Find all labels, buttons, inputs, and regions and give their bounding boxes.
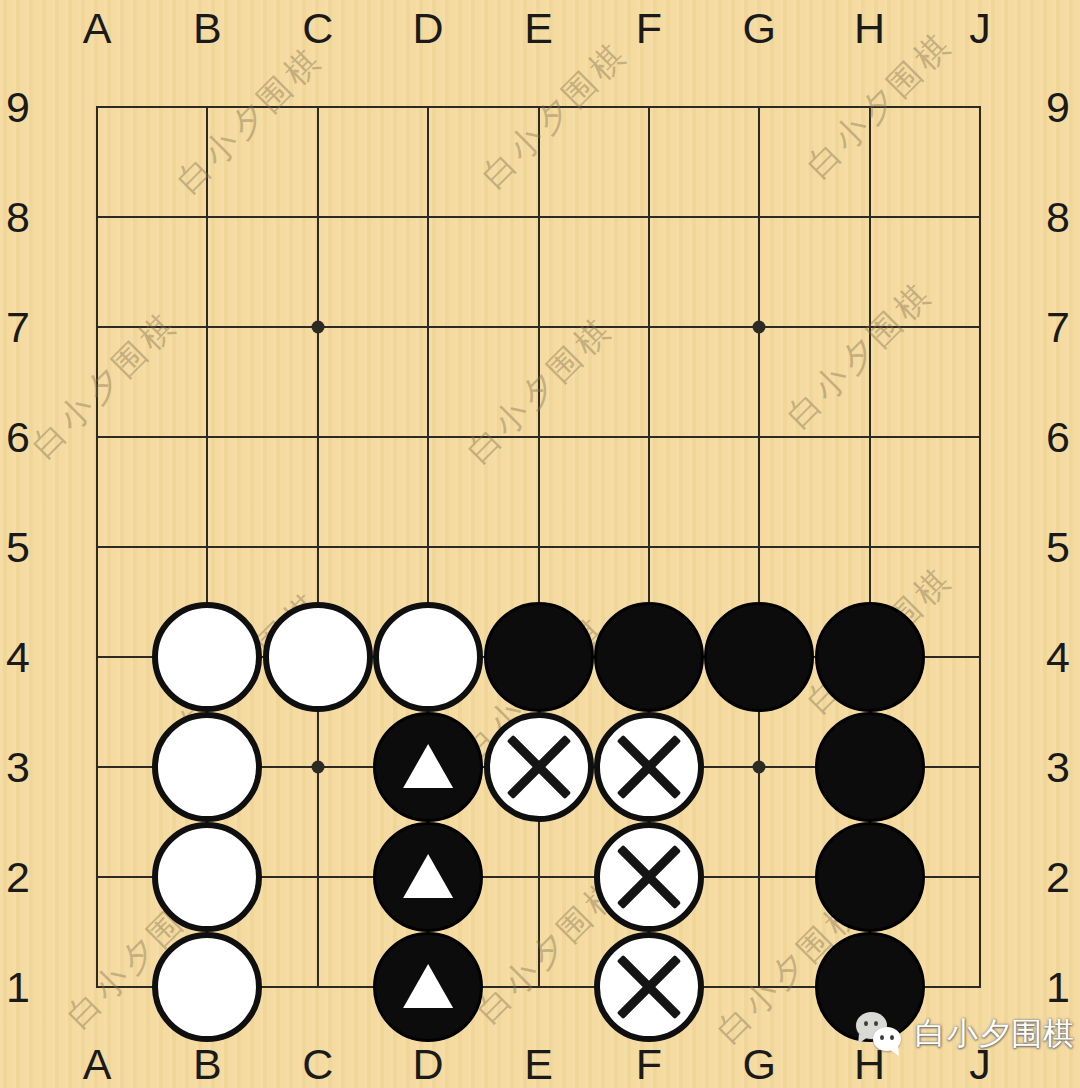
- coord-label-left-5: 5: [6, 526, 30, 569]
- watermark-text: 白小夕围棋: [457, 307, 623, 473]
- coord-label-left-9: 9: [6, 86, 30, 129]
- white-stone-B3: [152, 712, 262, 822]
- coord-label-right-5: 5: [1046, 526, 1070, 569]
- wechat-icon: [856, 1008, 906, 1060]
- x-mark: [618, 736, 680, 798]
- coord-label-top-G: G: [743, 7, 776, 50]
- coord-label-top-C: C: [302, 7, 333, 50]
- black-stone-E4: [484, 602, 594, 712]
- coord-label-bottom-D: D: [413, 1043, 444, 1086]
- grid-line-horizontal: [96, 326, 981, 328]
- grid-line-horizontal: [96, 216, 981, 218]
- white-stone-F3: [594, 712, 704, 822]
- grid-line-horizontal: [96, 106, 981, 108]
- coord-label-right-2: 2: [1046, 856, 1070, 899]
- coord-label-top-F: F: [636, 7, 662, 50]
- coord-label-bottom-C: C: [302, 1043, 333, 1086]
- grid-line-horizontal: [96, 546, 981, 548]
- coord-label-bottom-G: G: [743, 1043, 776, 1086]
- triangle-mark: [403, 964, 453, 1008]
- coord-label-bottom-A: A: [83, 1043, 112, 1086]
- star-point-C3: [311, 761, 324, 774]
- coord-label-left-8: 8: [6, 196, 30, 239]
- black-stone-D1: [373, 932, 483, 1042]
- black-stone-D3: [373, 712, 483, 822]
- grid-line-horizontal: [96, 436, 981, 438]
- black-stone-G4: [704, 602, 814, 712]
- x-mark: [618, 846, 680, 908]
- coord-label-right-1: 1: [1046, 966, 1070, 1009]
- coord-label-right-4: 4: [1046, 636, 1070, 679]
- white-stone-F2: [594, 822, 704, 932]
- black-stone-H2: [815, 822, 925, 932]
- coord-label-top-A: A: [83, 7, 112, 50]
- logo-text: 白小夕围棋: [915, 1013, 1075, 1055]
- coord-label-bottom-B: B: [193, 1043, 222, 1086]
- white-stone-D4: [373, 602, 483, 712]
- coord-label-left-7: 7: [6, 306, 30, 349]
- coord-label-left-3: 3: [6, 746, 30, 789]
- star-point-C7: [311, 321, 324, 334]
- x-mark: [508, 736, 570, 798]
- coord-label-right-7: 7: [1046, 306, 1070, 349]
- coord-label-bottom-E: E: [524, 1043, 553, 1086]
- coord-label-top-E: E: [524, 7, 553, 50]
- black-stone-H3: [815, 712, 925, 822]
- watermark-text: 白小夕围棋: [167, 37, 333, 203]
- publisher-logo: 白小夕围棋: [856, 1008, 1075, 1060]
- coord-label-top-D: D: [413, 7, 444, 50]
- coord-label-top-H: H: [854, 7, 885, 50]
- coord-label-right-8: 8: [1046, 196, 1070, 239]
- coord-label-left-2: 2: [6, 856, 30, 899]
- black-stone-H4: [815, 602, 925, 712]
- watermark-text: 白小夕围棋: [472, 32, 638, 198]
- wechat-bubble-front: [873, 1027, 901, 1051]
- watermark-text: 白小夕围棋: [777, 272, 943, 438]
- white-stone-E3: [484, 712, 594, 822]
- white-stone-B1: [152, 932, 262, 1042]
- white-stone-C4: [263, 602, 373, 712]
- star-point-G7: [753, 321, 766, 334]
- white-stone-B4: [152, 602, 262, 712]
- go-board: AABBCCDDEEFFGGHHJJ998877665544332211白小夕围…: [0, 0, 1080, 1088]
- coord-label-top-J: J: [969, 7, 991, 50]
- coord-label-left-4: 4: [6, 636, 30, 679]
- black-stone-F4: [594, 602, 704, 712]
- black-stone-D2: [373, 822, 483, 932]
- white-stone-F1: [594, 932, 704, 1042]
- coord-label-top-B: B: [193, 7, 222, 50]
- coord-label-right-6: 6: [1046, 416, 1070, 459]
- coord-label-left-1: 1: [6, 966, 30, 1009]
- white-stone-B2: [152, 822, 262, 932]
- coord-label-left-6: 6: [6, 416, 30, 459]
- coord-label-right-9: 9: [1046, 86, 1070, 129]
- star-point-G3: [753, 761, 766, 774]
- triangle-mark: [403, 744, 453, 788]
- coord-label-right-3: 3: [1046, 746, 1070, 789]
- coord-label-bottom-F: F: [636, 1043, 662, 1086]
- x-mark: [618, 956, 680, 1018]
- triangle-mark: [403, 854, 453, 898]
